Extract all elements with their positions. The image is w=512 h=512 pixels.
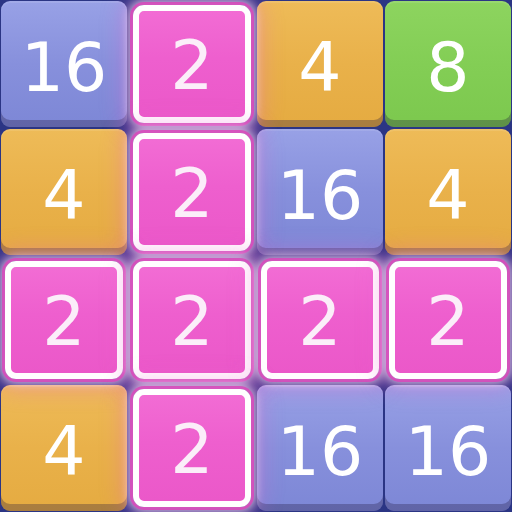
board-cell-r1c1: 16	[0, 0, 128, 128]
tile-number: 2	[42, 288, 85, 356]
puzzle-board: 16 2 4 8 4 2	[0, 0, 512, 512]
board-cell-r3c2: 2	[128, 256, 256, 384]
tile-r4c4[interactable]: 16	[385, 385, 511, 511]
tile-number: 2	[170, 32, 213, 100]
tile-number: 2	[298, 288, 341, 356]
tile-r3c1[interactable]: 2	[5, 261, 123, 379]
board-cell-r1c2: 2	[128, 0, 256, 128]
board-cell-r3c4: 2	[384, 256, 512, 384]
board-cell-r1c3: 4	[256, 0, 384, 128]
board-cell-r2c1: 4	[0, 128, 128, 256]
board-cell-r4c1: 4	[0, 384, 128, 512]
board-cell-r2c2: 2	[128, 128, 256, 256]
tile-r3c2[interactable]: 2	[133, 261, 251, 379]
tile-number: 2	[170, 160, 213, 228]
tile-number: 16	[405, 418, 492, 486]
tile-number: 8	[426, 34, 469, 102]
tile-r2c2[interactable]: 2	[133, 133, 251, 251]
tile-r1c3[interactable]: 4	[257, 1, 383, 127]
tile-number: 4	[42, 162, 85, 230]
board-cell-r1c4: 8	[384, 0, 512, 128]
board-cell-r2c3: 16	[256, 128, 384, 256]
board-cell-r2c4: 4	[384, 128, 512, 256]
tile-number: 4	[298, 34, 341, 102]
tile-r2c4[interactable]: 4	[385, 129, 511, 255]
tile-r1c1[interactable]: 16	[1, 1, 127, 127]
tile-r4c1[interactable]: 4	[1, 385, 127, 511]
tile-number: 16	[277, 418, 364, 486]
tile-r2c1[interactable]: 4	[1, 129, 127, 255]
game-board-background: 16 2 4 8 4 2	[0, 0, 512, 512]
tile-number: 4	[42, 418, 85, 486]
tile-number: 2	[426, 288, 469, 356]
tile-r3c3[interactable]: 2	[261, 261, 379, 379]
board-cell-r3c3: 2	[256, 256, 384, 384]
tile-r4c3[interactable]: 16	[257, 385, 383, 511]
tile-number: 2	[170, 416, 213, 484]
board-cell-r4c3: 16	[256, 384, 384, 512]
board-cell-r4c2: 2	[128, 384, 256, 512]
tile-number: 2	[170, 288, 213, 356]
tile-r2c3[interactable]: 16	[257, 129, 383, 255]
tile-r4c2[interactable]: 2	[133, 389, 251, 507]
tile-r1c4[interactable]: 8	[385, 1, 511, 127]
board-cell-r3c1: 2	[0, 256, 128, 384]
tile-number: 16	[21, 34, 108, 102]
tile-number: 4	[426, 162, 469, 230]
tile-r1c2[interactable]: 2	[133, 5, 251, 123]
tile-r3c4[interactable]: 2	[389, 261, 507, 379]
tile-number: 16	[277, 162, 364, 230]
board-cell-r4c4: 16	[384, 384, 512, 512]
